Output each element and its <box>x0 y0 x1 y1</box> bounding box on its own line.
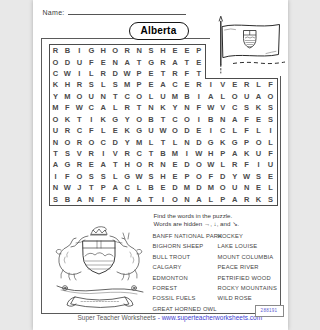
grid-cell-r7c17: F <box>241 114 253 125</box>
grid-cell-r13c7: C <box>121 182 133 193</box>
word-list-item: WILD ROSE <box>218 295 278 301</box>
grid-cell-r10c3: V <box>73 148 85 159</box>
grid-cell-r8c1: U <box>50 125 62 136</box>
grid-cell-r6c1: M <box>50 102 62 113</box>
word-list-item: ROCKY MOUNTAINS <box>218 285 278 291</box>
grid-cell-r13c4: T <box>85 182 97 193</box>
grid-cell-r4c3: R <box>73 79 85 90</box>
grid-cell-r6c7: R <box>121 102 133 113</box>
word-list-item: FOSSIL FUELS <box>153 295 217 301</box>
word-list-item: MOUNT COLUMBIA <box>218 254 278 260</box>
grid-cell-r9c8: M <box>133 136 145 147</box>
grid-cell-r12c5: S <box>97 171 109 182</box>
name-blank-line <box>68 8 186 15</box>
grid-cell-r9c12: N <box>181 136 193 147</box>
grid-cell-r12c10: H <box>157 171 169 182</box>
grid-cell-r13c2: W <box>61 182 73 193</box>
grid-cell-r11c19: U <box>265 159 277 170</box>
grid-cell-r3c3: I <box>73 68 85 79</box>
grid-cell-r1c2: B <box>61 45 73 56</box>
grid-cell-r8c18: L <box>253 125 265 136</box>
grid-cell-r7c18: E <box>253 114 265 125</box>
grid-cell-r12c11: E <box>169 171 181 182</box>
word-list-item: GREAT HORNED OWL <box>153 306 217 312</box>
grid-cell-r10c13: W <box>193 148 205 159</box>
grid-cell-r9c3: R <box>73 136 85 147</box>
grid-cell-r10c6: V <box>109 148 121 159</box>
grid-cell-r8c12: D <box>181 125 193 136</box>
grid-cell-r11c15: L <box>217 159 229 170</box>
grid-cell-r8c4: F <box>85 125 97 136</box>
grid-cell-r13c14: M <box>205 182 217 193</box>
grid-cell-r12c19: E <box>265 171 277 182</box>
grid-cell-r13c9: B <box>145 182 157 193</box>
grid-cell-r3c10: T <box>157 68 169 79</box>
grid-cell-r6c17: S <box>241 102 253 113</box>
grid-cell-r10c11: M <box>169 148 181 159</box>
grid-cell-r4c13: R <box>193 79 205 90</box>
grid-cell-r1c1: R <box>50 45 62 56</box>
grid-cell-r7c3: T <box>73 114 85 125</box>
alberta-flag-illustration <box>210 14 287 76</box>
grid-cell-r14c6: F <box>109 194 121 205</box>
word-list-item: BULL TROUT <box>153 254 217 260</box>
grid-cell-r5c6: T <box>109 91 121 102</box>
grid-cell-r14c12: N <box>181 194 193 205</box>
grid-cell-r9c16: G <box>229 136 241 147</box>
grid-cell-r10c14: H <box>205 148 217 159</box>
grid-cell-r13c11: D <box>169 182 181 193</box>
grid-cell-r14c10: I <box>157 194 169 205</box>
grid-cell-r7c5: K <box>97 114 109 125</box>
grid-cell-r4c14: I <box>205 79 217 90</box>
grid-cell-r9c13: D <box>193 136 205 147</box>
grid-cell-r14c15: P <box>217 194 229 205</box>
grid-cell-r12c6: L <box>109 171 121 182</box>
grid-cell-r5c9: L <box>145 91 157 102</box>
grid-cell-r7c19: S <box>265 114 277 125</box>
word-list-item: CALGARY <box>153 264 217 270</box>
grid-cell-r5c4: U <box>85 91 97 102</box>
grid-cell-r6c19: S <box>265 102 277 113</box>
grid-cell-r14c4: N <box>85 194 97 205</box>
grid-cell-r7c1: O <box>50 114 62 125</box>
grid-cell-r3c11: R <box>169 68 181 79</box>
grid-cell-r4c7: M <box>121 79 133 90</box>
grid-cell-r7c2: K <box>61 114 73 125</box>
grid-cell-r4c11: C <box>169 79 181 90</box>
page-title: Alberta <box>129 22 189 40</box>
grid-cell-r10c7: R <box>121 148 133 159</box>
grid-cell-r2c7: A <box>121 56 133 67</box>
grid-cell-r13c19: L <box>265 182 277 193</box>
grid-cell-r1c11: E <box>169 45 181 56</box>
grid-cell-r3c1: C <box>50 68 62 79</box>
grid-cell-r12c2: F <box>61 171 73 182</box>
grid-cell-r11c14: W <box>205 159 217 170</box>
grid-cell-r10c10: B <box>157 148 169 159</box>
grid-cell-r8c17: F <box>241 125 253 136</box>
grid-cell-r12c8: W <box>133 171 145 182</box>
grid-cell-r10c17: K <box>241 148 253 159</box>
grid-cell-r6c18: K <box>253 102 265 113</box>
grid-cell-r8c2: R <box>61 125 73 136</box>
grid-cell-r4c4: S <box>85 79 97 90</box>
word-list-item: LAKE LOUISE <box>218 243 278 249</box>
grid-cell-r9c10: T <box>157 136 169 147</box>
grid-cell-r13c6: A <box>109 182 121 193</box>
grid-cell-r11c18: I <box>253 159 265 170</box>
grid-cell-r3c7: W <box>121 68 133 79</box>
grid-cell-r14c8: A <box>133 194 145 205</box>
grid-cell-r2c3: U <box>73 56 85 67</box>
grid-cell-r14c3: A <box>73 194 85 205</box>
word-list-column-1: BANFF NATIONAL PARKBIGHORN SHEEPBULL TRO… <box>153 233 217 316</box>
grid-cell-r1c4: G <box>85 45 97 56</box>
grid-cell-r7c12: O <box>181 114 193 125</box>
grid-cell-r8c6: E <box>109 125 121 136</box>
grid-cell-r5c14: A <box>205 91 217 102</box>
grid-cell-r8c19: I <box>265 125 277 136</box>
grid-cell-r14c2: B <box>61 194 73 205</box>
grid-cell-r8c16: L <box>229 125 241 136</box>
grid-cell-r9c2: O <box>61 136 73 147</box>
grid-cell-r10c8: C <box>133 148 145 159</box>
grid-cell-r9c15: K <box>217 136 229 147</box>
grid-cell-r14c18: K <box>253 194 265 205</box>
grid-cell-r8c8: G <box>133 125 145 136</box>
grid-cell-r7c6: G <box>109 114 121 125</box>
grid-cell-r2c8: T <box>133 56 145 67</box>
grid-cell-r5c11: M <box>169 91 181 102</box>
grid-cell-r10c4: R <box>85 148 97 159</box>
instructions-line-1: Find the words in the puzzle. <box>154 212 280 220</box>
grid-cell-r12c12: P <box>181 171 193 182</box>
word-list-item: FOREST <box>153 285 217 291</box>
grid-cell-r10c18: U <box>253 148 265 159</box>
grid-cell-r11c10: N <box>157 159 169 170</box>
grid-cell-r3c13: T <box>193 68 205 79</box>
grid-cell-r9c6: D <box>109 136 121 147</box>
grid-cell-r11c17: F <box>241 159 253 170</box>
grid-cell-r12c17: W <box>241 171 253 182</box>
grid-cell-r6c8: T <box>133 102 145 113</box>
grid-cell-r7c15: N <box>217 114 229 125</box>
grid-cell-r8c14: I <box>205 125 217 136</box>
grid-cell-r4c18: L <box>253 79 265 90</box>
grid-cell-r2c2: D <box>61 56 73 67</box>
grid-cell-r6c16: C <box>229 102 241 113</box>
word-list-item: PEACE RIVER <box>218 264 278 270</box>
instructions-line-2: Words are hidden →, ↓, and ↘. <box>154 220 280 228</box>
instructions: Find the words in the puzzle. Words are … <box>154 212 280 228</box>
worksheet-code: 288191 <box>255 305 284 317</box>
grid-cell-r4c10: A <box>157 79 169 90</box>
grid-cell-r12c14: F <box>205 171 217 182</box>
grid-cell-r12c3: O <box>73 171 85 182</box>
grid-cell-r9c14: G <box>205 136 217 147</box>
grid-cell-r14c5: F <box>97 194 109 205</box>
grid-cell-r14c17: R <box>241 194 253 205</box>
grid-cell-r2c4: F <box>85 56 97 67</box>
grid-cell-r4c1: K <box>50 79 62 90</box>
grid-cell-r9c19: L <box>265 136 277 147</box>
grid-cell-r6c2: F <box>61 102 73 113</box>
grid-cell-r8c13: E <box>193 125 205 136</box>
grid-cell-r1c5: H <box>97 45 109 56</box>
grid-cell-r11c4: E <box>85 159 97 170</box>
grid-cell-r9c7: Y <box>121 136 133 147</box>
grid-cell-r12c7: G <box>121 171 133 182</box>
grid-cell-r11c3: R <box>73 159 85 170</box>
grid-cell-r4c15: V <box>217 79 229 90</box>
grid-cell-r4c9: E <box>145 79 157 90</box>
grid-cell-r13c13: D <box>193 182 205 193</box>
grid-cell-r14c1: S <box>50 194 62 205</box>
grid-cell-r9c5: C <box>97 136 109 147</box>
grid-cell-r13c12: M <box>181 182 193 193</box>
grid-cell-r14c13: A <box>193 194 205 205</box>
grid-cell-r5c15: L <box>217 91 229 102</box>
grid-cell-r12c18: S <box>253 171 265 182</box>
grid-cell-r13c1: N <box>50 182 62 193</box>
grid-cell-r3c2: W <box>61 68 73 79</box>
grid-cell-r6c11: Y <box>169 102 181 113</box>
grid-cell-r11c7: H <box>121 159 133 170</box>
grid-cell-r12c15: D <box>217 171 229 182</box>
grid-cell-r13c10: E <box>157 182 169 193</box>
grid-cell-r8c3: C <box>73 125 85 136</box>
grid-cell-r2c5: E <box>97 56 109 67</box>
grid-cell-r10c15: P <box>217 148 229 159</box>
grid-cell-r12c13: O <box>193 171 205 182</box>
grid-cell-r8c10: W <box>157 125 169 136</box>
grid-cell-r11c6: T <box>109 159 121 170</box>
grid-cell-r6c6: L <box>109 102 121 113</box>
grid-cell-r6c4: C <box>85 102 97 113</box>
grid-cell-r3c6: D <box>109 68 121 79</box>
grid-cell-r2c11: A <box>169 56 181 67</box>
name-label: Name: <box>43 9 65 16</box>
footer-url-link[interactable]: - www.superteacherworksheets.com <box>158 314 262 321</box>
grid-cell-r3c5: R <box>97 68 109 79</box>
grid-cell-r5c7: C <box>121 91 133 102</box>
word-list-item: BANFF NATIONAL PARK <box>153 233 217 239</box>
grid-cell-r13c18: E <box>253 182 265 193</box>
grid-cell-r7c10: T <box>157 114 169 125</box>
grid-cell-r14c19: S <box>265 194 277 205</box>
grid-cell-r5c2: M <box>61 91 73 102</box>
grid-cell-r11c2: G <box>61 159 73 170</box>
grid-cell-r14c9: T <box>145 194 157 205</box>
grid-cell-r11c13: O <box>193 159 205 170</box>
grid-cell-r8c9: U <box>145 125 157 136</box>
grid-cell-r10c2: S <box>61 148 73 159</box>
grid-cell-r12c16: Y <box>229 171 241 182</box>
grid-cell-r13c17: N <box>241 182 253 193</box>
word-list-item: EDMONTON <box>153 275 217 281</box>
grid-cell-r13c8: L <box>133 182 145 193</box>
grid-cell-r2c1: O <box>50 56 62 67</box>
grid-cell-r11c5: A <box>97 159 109 170</box>
grid-cell-r10c5: I <box>97 148 109 159</box>
grid-cell-r4c17: R <box>241 79 253 90</box>
word-list-item: PETRIFIED WOOD <box>218 275 278 281</box>
grid-cell-r2c10: R <box>157 56 169 67</box>
grid-cell-r11c1: A <box>50 159 62 170</box>
grid-cell-r5c1: Y <box>50 91 62 102</box>
grid-cell-r11c8: O <box>133 159 145 170</box>
grid-cell-r4c2: H <box>61 79 73 90</box>
grid-cell-r1c9: S <box>145 45 157 56</box>
grid-cell-r7c14: B <box>205 114 217 125</box>
grid-cell-r14c7: N <box>121 194 133 205</box>
grid-cell-r3c12: F <box>181 68 193 79</box>
grid-cell-r9c9: L <box>145 136 157 147</box>
grid-cell-r10c12: I <box>181 148 193 159</box>
grid-cell-r4c12: E <box>181 79 193 90</box>
grid-cell-r14c11: O <box>169 194 181 205</box>
grid-cell-r7c16: A <box>229 114 241 125</box>
grid-cell-r9c17: P <box>241 136 253 147</box>
grid-cell-r6c13: F <box>193 102 205 113</box>
alberta-coat-of-arms-illustration <box>41 224 159 312</box>
grid-cell-r9c1: N <box>50 136 62 147</box>
grid-cell-r1c6: O <box>109 45 121 56</box>
grid-cell-r10c16: A <box>229 148 241 159</box>
name-row: Name: <box>43 8 186 16</box>
grid-cell-r4c6: S <box>109 79 121 90</box>
grid-cell-r5c8: O <box>133 91 145 102</box>
grid-cell-r13c5: P <box>97 182 109 193</box>
grid-cell-r13c3: J <box>73 182 85 193</box>
grid-cell-r8c11: O <box>169 125 181 136</box>
grid-cell-r5c17: U <box>241 91 253 102</box>
grid-cell-r12c9: S <box>145 171 157 182</box>
grid-cell-r7c9: B <box>145 114 157 125</box>
grid-cell-r10c1: T <box>50 148 62 159</box>
word-list-item: BIGHORN SHEEP <box>153 243 217 249</box>
grid-cell-r5c13: I <box>193 91 205 102</box>
grid-cell-r3c9: E <box>145 68 157 79</box>
grid-cell-r2c9: G <box>145 56 157 67</box>
grid-cell-r10c9: T <box>145 148 157 159</box>
grid-cell-r5c5: N <box>97 91 109 102</box>
grid-cell-r7c8: O <box>133 114 145 125</box>
grid-cell-r8c7: K <box>121 125 133 136</box>
grid-cell-r9c11: L <box>169 136 181 147</box>
word-list-column-2: HOCKEYLAKE LOUISEMOUNT COLUMBIAPEACE RIV… <box>218 233 278 306</box>
grid-cell-r5c10: U <box>157 91 169 102</box>
coat-of-arms-icon <box>41 224 159 312</box>
word-list-item: HOCKEY <box>218 233 278 239</box>
grid-cell-r5c16: O <box>229 91 241 102</box>
grid-cell-r6c3: W <box>73 102 85 113</box>
grid-cell-r9c4: O <box>85 136 97 147</box>
grid-cell-r6c10: K <box>157 102 169 113</box>
footer: Super Teacher Worksheets- www.superteach… <box>78 314 263 321</box>
grid-cell-r6c5: A <box>97 102 109 113</box>
grid-cell-r13c16: U <box>229 182 241 193</box>
grid-cell-r4c8: P <box>133 79 145 90</box>
grid-cell-r9c18: O <box>253 136 265 147</box>
grid-cell-r2c13: E <box>193 56 205 67</box>
grid-cell-r6c15: V <box>217 102 229 113</box>
grid-cell-r1c8: N <box>133 45 145 56</box>
grid-cell-r7c13: I <box>193 114 205 125</box>
grid-cell-r2c6: N <box>109 56 121 67</box>
grid-cell-r12c4: S <box>85 171 97 182</box>
grid-cell-r7c11: C <box>169 114 181 125</box>
grid-cell-r6c14: W <box>205 102 217 113</box>
grid-cell-r4c19: F <box>265 79 277 90</box>
grid-cell-r6c12: N <box>181 102 193 113</box>
grid-cell-r11c9: R <box>145 159 157 170</box>
grid-cell-r1c3: I <box>73 45 85 56</box>
grid-cell-r5c12: B <box>181 91 193 102</box>
grid-cell-r8c15: C <box>217 125 229 136</box>
grid-cell-r5c3: O <box>73 91 85 102</box>
grid-cell-r2c12: T <box>181 56 193 67</box>
grid-cell-r6c9: N <box>145 102 157 113</box>
grid-cell-r4c16: E <box>229 79 241 90</box>
grid-cell-r11c11: E <box>169 159 181 170</box>
grid-cell-r3c4: L <box>85 68 97 79</box>
grid-cell-r12c1: I <box>50 171 62 182</box>
grid-cell-r5c19: O <box>265 91 277 102</box>
flag-icon <box>210 14 287 76</box>
grid-cell-r3c8: P <box>133 68 145 79</box>
grid-cell-r5c18: A <box>253 91 265 102</box>
worksheet-page: Name: Alberta RBIGHORNSHEEPODUF <box>33 0 288 330</box>
grid-cell-r13c15: O <box>217 182 229 193</box>
grid-cell-r10c19: F <box>265 148 277 159</box>
grid-cell-r1c7: R <box>121 45 133 56</box>
grid-cell-r1c12: E <box>181 45 193 56</box>
grid-cell-r1c10: H <box>157 45 169 56</box>
grid-cell-r4c5: L <box>97 79 109 90</box>
grid-cell-r8c5: L <box>97 125 109 136</box>
grid-cell-r1c13: P <box>193 45 205 56</box>
grid-cell-r11c12: D <box>181 159 193 170</box>
grid-cell-r14c16: A <box>229 194 241 205</box>
footer-brand: Super Teacher Worksheets <box>78 314 156 321</box>
grid-cell-r7c4: I <box>85 114 97 125</box>
grid-cell-r11c16: R <box>229 159 241 170</box>
grid-cell-r7c7: Y <box>121 114 133 125</box>
grid-cell-r14c14: L <box>205 194 217 205</box>
